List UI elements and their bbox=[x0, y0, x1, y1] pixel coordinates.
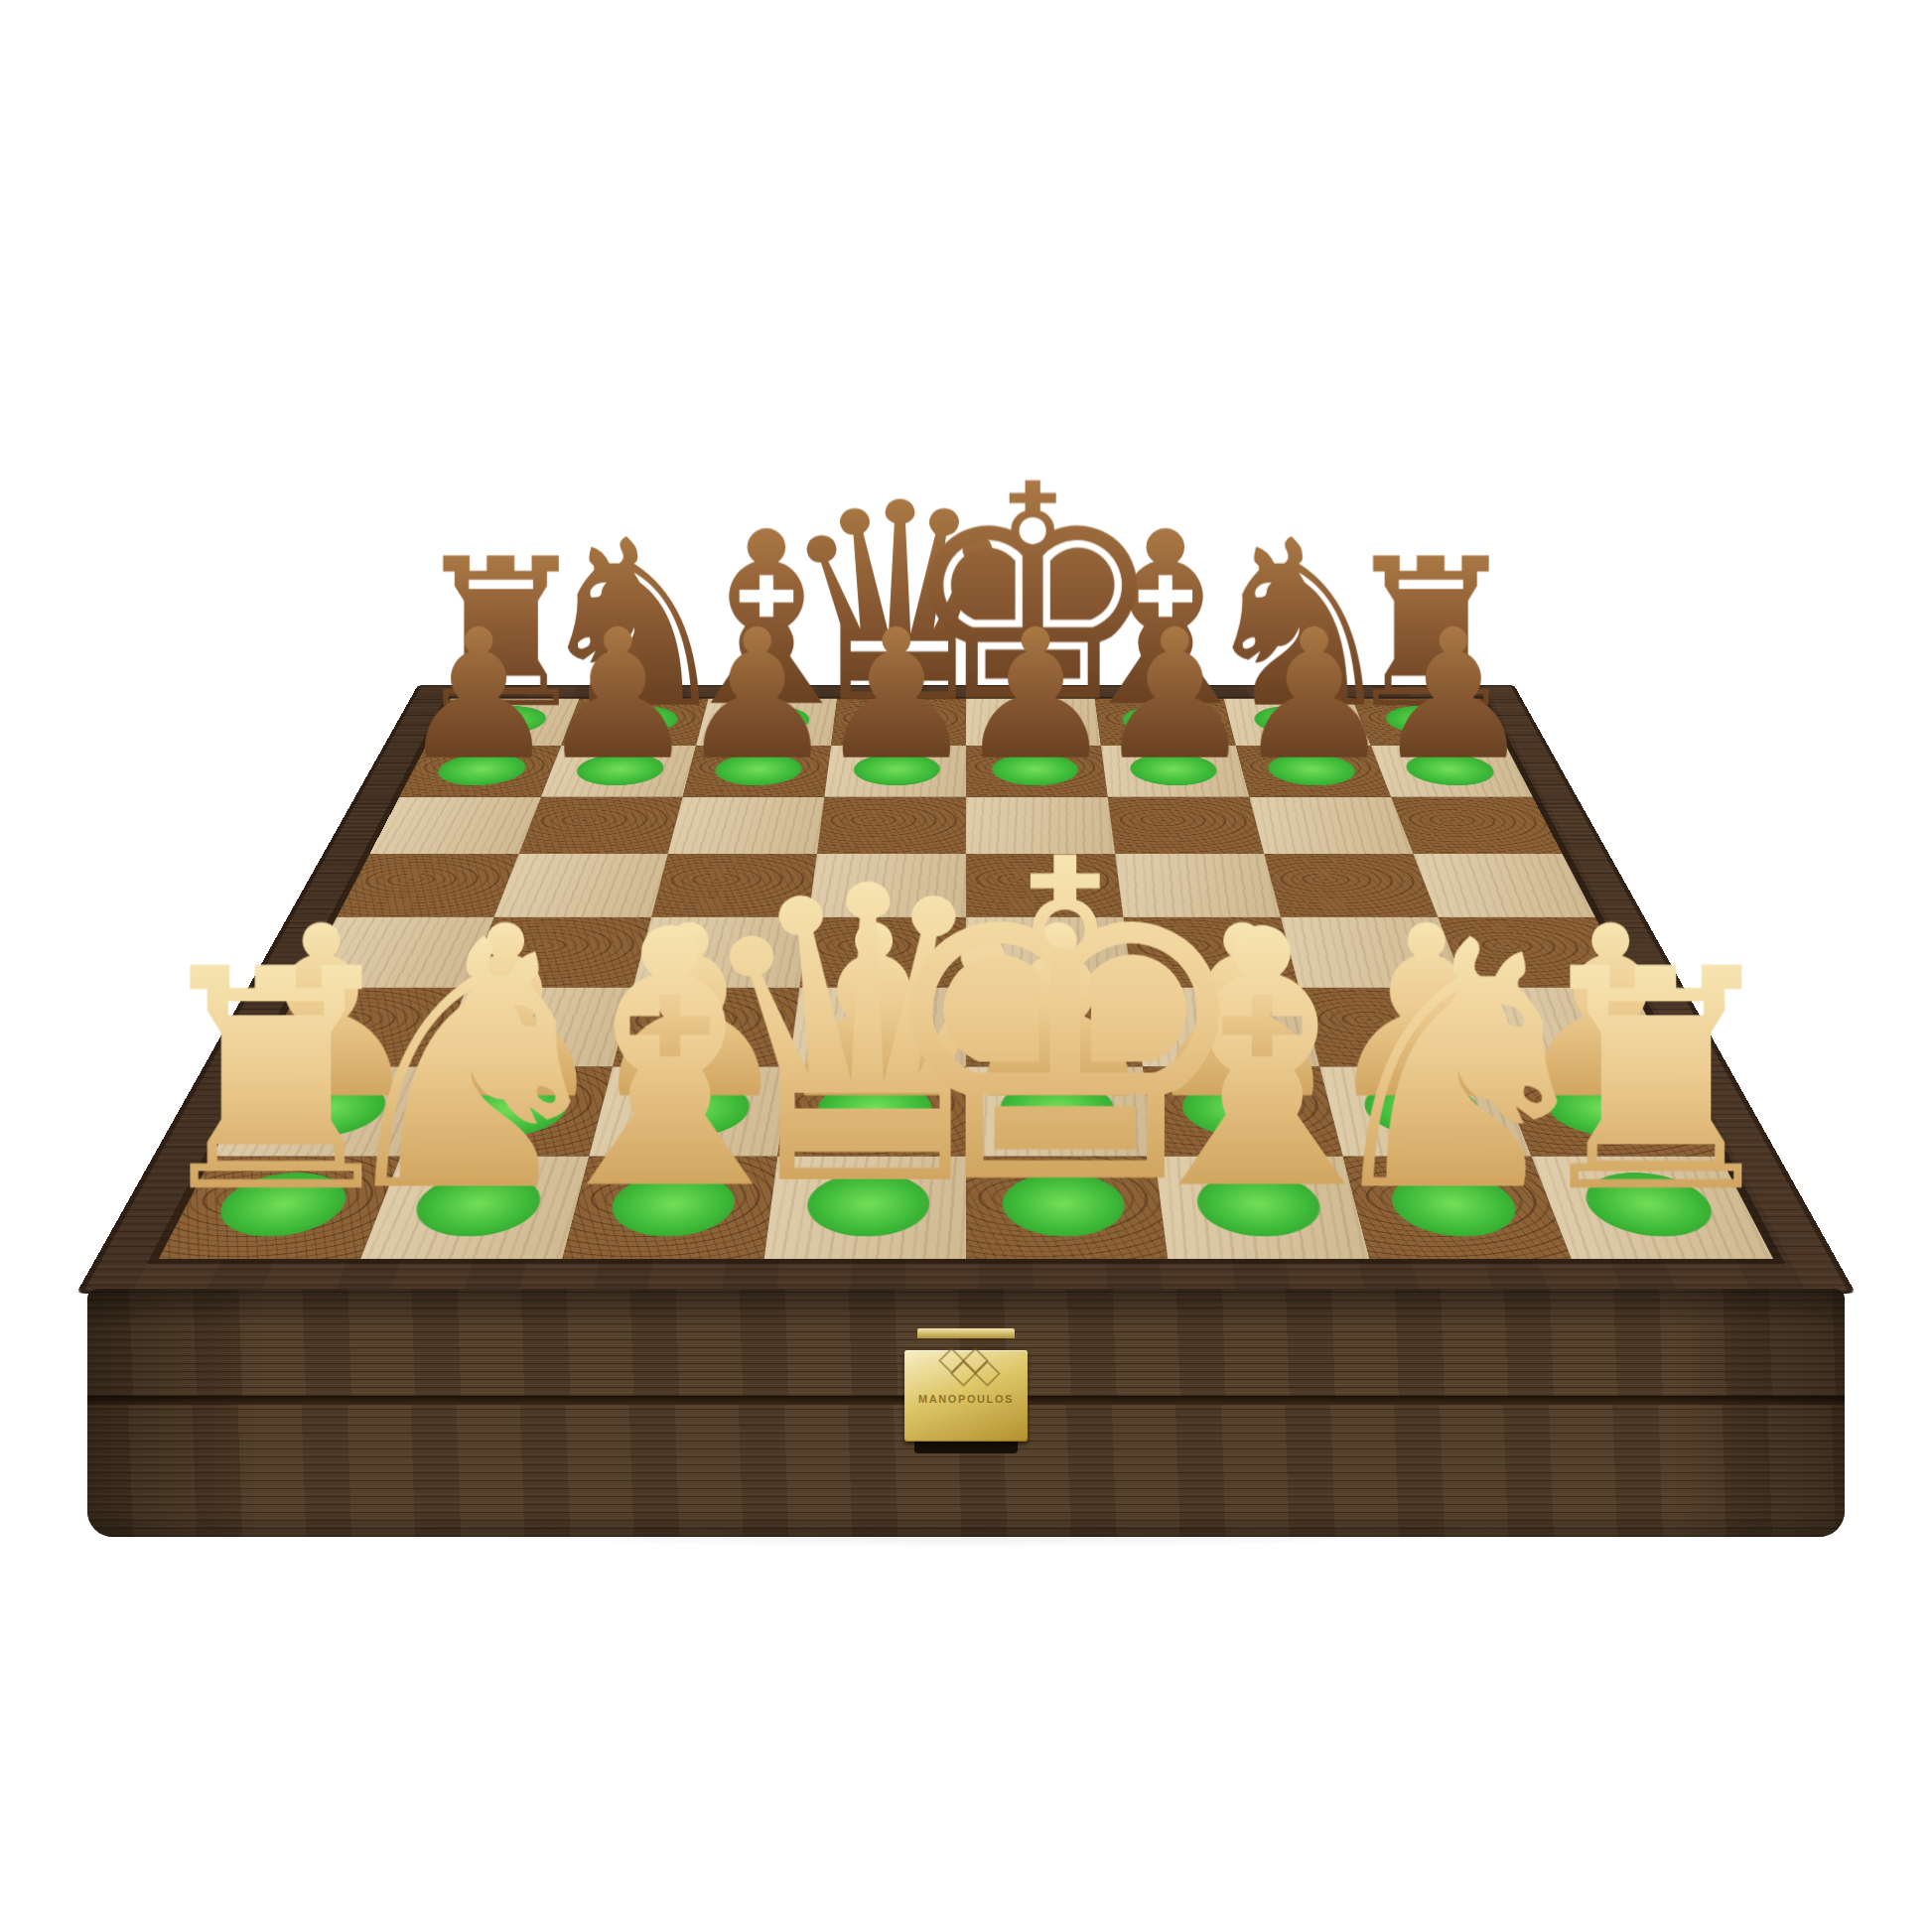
square-e1[interactable]: ♚ bbox=[966, 1157, 1168, 1259]
black-pawn[interactable]: ♟ bbox=[537, 613, 698, 777]
square-c7[interactable]: ♟ bbox=[683, 746, 831, 797]
black-pawn[interactable]: ♟ bbox=[677, 613, 838, 777]
square-b6[interactable] bbox=[519, 797, 683, 854]
storage-box: MANOPOULOS bbox=[87, 1289, 1845, 1537]
black-pawn[interactable]: ♟ bbox=[398, 613, 559, 777]
board-frame: ♜♞♝♛♚♝♞♜♟♟♟♟♟♟♟♟♟♟♟♟♟♟♟♟♜♞♝♛♚♝♞♜ bbox=[76, 685, 1857, 1294]
floor-shadow bbox=[129, 1527, 1803, 1557]
square-g6[interactable] bbox=[1249, 797, 1413, 854]
product-photo-scene: ♜♞♝♛♚♝♞♜♟♟♟♟♟♟♟♟♟♟♟♟♟♟♟♟♜♞♝♛♚♝♞♜ MANOPOU… bbox=[0, 0, 1932, 1932]
black-pawn[interactable]: ♟ bbox=[1234, 613, 1395, 777]
square-b7[interactable]: ♟ bbox=[541, 746, 696, 797]
clasp-plate[interactable]: MANOPOULOS bbox=[904, 1350, 1028, 1442]
square-h6[interactable] bbox=[1391, 797, 1563, 854]
clasp-hinge bbox=[917, 1328, 1015, 1338]
chess-board: ♜♞♝♛♚♝♞♜♟♟♟♟♟♟♟♟♟♟♟♟♟♟♟♟♜♞♝♛♚♝♞♜ bbox=[159, 699, 1773, 1259]
square-h7[interactable]: ♟ bbox=[1371, 746, 1533, 797]
white-king[interactable]: ♚ bbox=[867, 822, 1263, 1229]
black-pawn[interactable]: ♟ bbox=[1373, 613, 1534, 777]
black-pawn[interactable]: ♟ bbox=[1094, 613, 1255, 777]
board-perspective-wrapper: ♜♞♝♛♚♝♞♜♟♟♟♟♟♟♟♟♟♟♟♟♟♟♟♟♜♞♝♛♚♝♞♜ bbox=[76, 685, 1857, 1294]
clasp-slot bbox=[914, 1442, 1018, 1453]
clasp-brand-text: MANOPOULOS bbox=[904, 1393, 1028, 1405]
manopoulos-logo-icon bbox=[904, 1350, 1028, 1386]
square-a6[interactable] bbox=[369, 797, 541, 854]
clasp[interactable]: MANOPOULOS bbox=[904, 1328, 1028, 1453]
black-pawn[interactable]: ♟ bbox=[955, 613, 1116, 777]
black-pawn[interactable]: ♟ bbox=[816, 613, 977, 777]
